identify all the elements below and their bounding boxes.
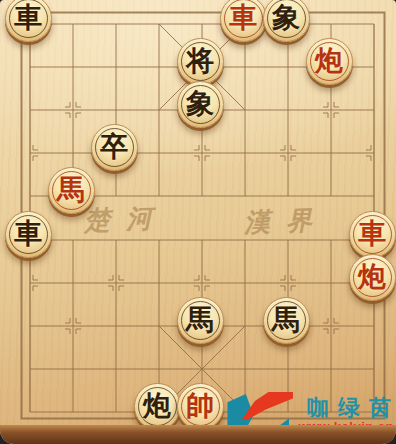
piece-black-elephant[interactable]: 象 <box>263 0 310 42</box>
piece-character: 炮 <box>307 39 352 84</box>
piece-character: 炮 <box>135 384 180 429</box>
piece-character: 馬 <box>264 298 309 343</box>
watermark-text: 咖绿茵 www.kelvin.cn <box>298 397 394 434</box>
piece-red-cannon[interactable]: 炮 <box>306 38 353 85</box>
piece-character: 卒 <box>92 125 137 170</box>
piece-black-horse[interactable]: 馬 <box>263 297 310 344</box>
xiangqi-board: 楚河 漢界 車車象将炮象卒馬車車炮馬馬炮帥 咖绿茵 www.kelvin.cn <box>0 0 396 444</box>
watermark: 咖绿茵 www.kelvin.cn <box>227 392 394 440</box>
brand-logo-icon <box>227 392 293 440</box>
piece-black-cannon[interactable]: 炮 <box>134 383 181 430</box>
brand-url: www.kelvin.cn <box>298 420 394 434</box>
piece-black-chariot[interactable]: 車 <box>5 0 52 42</box>
piece-red-chariot[interactable]: 車 <box>349 211 396 258</box>
piece-black-elephant[interactable]: 象 <box>177 81 224 128</box>
piece-character: 車 <box>6 212 51 257</box>
piece-black-horse[interactable]: 馬 <box>177 297 224 344</box>
river-label-left: 楚河 <box>83 201 168 239</box>
piece-red-horse[interactable]: 馬 <box>48 167 95 214</box>
piece-character: 車 <box>6 0 51 41</box>
piece-red-chariot[interactable]: 車 <box>220 0 267 42</box>
river-label-right: 漢界 <box>243 203 328 241</box>
piece-character: 炮 <box>350 255 395 300</box>
piece-character: 象 <box>264 0 309 41</box>
brand-name: 咖绿茵 <box>307 397 396 419</box>
piece-character: 馬 <box>49 168 94 213</box>
piece-character: 帥 <box>178 384 223 429</box>
piece-red-cannon[interactable]: 炮 <box>349 254 396 301</box>
logo-teal-triangle <box>263 418 289 438</box>
piece-character: 象 <box>178 82 223 127</box>
piece-character: 車 <box>221 0 266 41</box>
piece-character: 馬 <box>178 298 223 343</box>
piece-red-general[interactable]: 帥 <box>177 383 224 430</box>
piece-black-general[interactable]: 将 <box>177 38 224 85</box>
piece-character: 車 <box>350 212 395 257</box>
piece-black-chariot[interactable]: 車 <box>5 211 52 258</box>
piece-character: 将 <box>178 39 223 84</box>
piece-black-soldier[interactable]: 卒 <box>91 124 138 171</box>
